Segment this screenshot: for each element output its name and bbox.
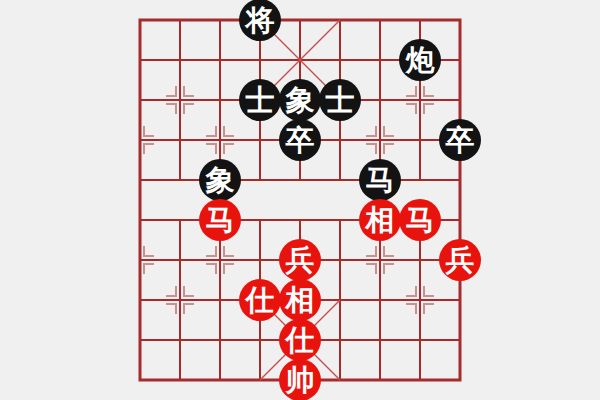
piece-red-elephant-center[interactable]: 相 xyxy=(279,279,321,321)
piece-black-cannon[interactable]: 炮 xyxy=(399,39,441,81)
xiangqi-app: 将炮士象士卒卒象马马相马兵兵仕相仕帅 xyxy=(0,0,600,400)
piece-red-soldier-center[interactable]: 兵 xyxy=(279,239,321,281)
xiangqi-board[interactable]: 将炮士象士卒卒象马马相马兵兵仕相仕帅 xyxy=(120,0,480,400)
piece-black-elephant-center[interactable]: 象 xyxy=(279,79,321,121)
piece-red-general[interactable]: 帅 xyxy=(279,359,321,400)
piece-black-general[interactable]: 将 xyxy=(239,0,281,41)
piece-red-horse-right[interactable]: 马 xyxy=(399,199,441,241)
piece-black-advisor-left[interactable]: 士 xyxy=(239,79,281,121)
piece-red-horse-left[interactable]: 马 xyxy=(199,199,241,241)
piece-black-soldier-edge[interactable]: 卒 xyxy=(439,119,481,161)
piece-black-elephant-left[interactable]: 象 xyxy=(199,159,241,201)
piece-black-advisor-right[interactable]: 士 xyxy=(319,79,361,121)
piece-red-advisor-left[interactable]: 仕 xyxy=(239,279,281,321)
piece-red-advisor-center[interactable]: 仕 xyxy=(279,319,321,361)
piece-black-soldier-center[interactable]: 卒 xyxy=(279,119,321,161)
piece-black-horse[interactable]: 马 xyxy=(359,159,401,201)
piece-red-elephant-right[interactable]: 相 xyxy=(359,199,401,241)
piece-red-soldier-edge[interactable]: 兵 xyxy=(439,239,481,281)
